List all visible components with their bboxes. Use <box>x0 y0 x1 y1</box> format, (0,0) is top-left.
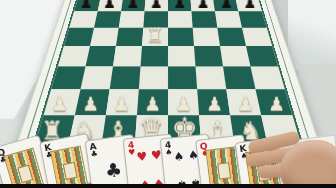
square-b2: ♟ <box>75 89 110 115</box>
black-pawn-piece: ♟ <box>238 0 261 11</box>
white-pawn-piece: ♟ <box>261 95 292 114</box>
white-pawn-piece: ♟ <box>137 95 168 114</box>
square-b5 <box>90 28 119 46</box>
black-pawn-piece: ♟ <box>215 0 238 11</box>
square-f5 <box>193 28 220 46</box>
white-pawn-piece: ♟ <box>199 95 230 114</box>
square-h3 <box>250 66 284 89</box>
square-d5: ♜ <box>142 28 168 46</box>
square-f2: ♟ <box>197 89 230 115</box>
court-card-art <box>4 148 46 188</box>
square-e2: ♟ <box>168 89 199 115</box>
square-d7: ♟ <box>145 0 168 11</box>
square-a3 <box>51 66 85 89</box>
ace-pip: ♣ <box>104 158 124 182</box>
square-c6 <box>119 11 145 28</box>
square-e7: ♟ <box>168 0 191 11</box>
square-f4 <box>194 46 223 66</box>
square-d4 <box>141 46 168 66</box>
square-h5 <box>242 28 272 46</box>
court-card-art <box>50 145 89 188</box>
square-h2: ♟ <box>256 89 293 115</box>
square-d3 <box>139 66 168 89</box>
square-h7: ♟ <box>235 0 262 11</box>
letterbox-bar <box>0 184 336 188</box>
square-g7: ♟ <box>213 0 239 11</box>
white-pawn-piece: ♟ <box>168 95 199 114</box>
square-h4 <box>246 46 278 66</box>
black-pawn-piece: ♟ <box>168 0 191 11</box>
white-pawn-piece: ♟ <box>106 95 137 114</box>
square-f6 <box>191 11 217 28</box>
square-c7: ♟ <box>121 0 146 11</box>
square-b7: ♟ <box>98 0 124 11</box>
black-pawn-piece: ♟ <box>98 0 121 11</box>
white-pawn-piece: ♟ <box>44 95 75 114</box>
square-h6 <box>238 11 266 28</box>
square-b3 <box>80 66 113 89</box>
square-d6 <box>143 11 168 28</box>
square-f7: ♟ <box>190 0 215 11</box>
square-d2: ♟ <box>137 89 168 115</box>
black-pawn-piece: ♟ <box>191 0 214 11</box>
square-e5 <box>168 28 194 46</box>
square-b4 <box>86 46 116 66</box>
square-c4 <box>113 46 142 66</box>
white-rook-piece: ♜ <box>142 25 168 45</box>
black-pawn-piece: ♟ <box>121 0 144 11</box>
video-frame: ♜♞♝♛♚♝♞♜♟♟♟♟♟♟♟♟♜♟♟♟♟♟♟♟♟♜♞♝♛♚♝♞ Q♣Q♣K♣K… <box>0 0 336 188</box>
white-pawn-piece: ♟ <box>230 95 261 114</box>
square-f3 <box>195 66 226 89</box>
square-b6 <box>94 11 121 28</box>
black-pawn-piece: ♟ <box>74 0 97 11</box>
white-pawn-piece: ♟ <box>75 95 106 114</box>
square-e4 <box>168 46 195 66</box>
board-squares: ♜♞♝♛♚♝♞♜♟♟♟♟♟♟♟♟♜♟♟♟♟♟♟♟♟♜♞♝♛♚♝♞ <box>32 0 304 147</box>
human-hand <box>242 128 336 188</box>
black-pawn-piece: ♟ <box>145 0 168 11</box>
square-c2: ♟ <box>106 89 139 115</box>
square-c5 <box>116 28 143 46</box>
card-index: A♣ <box>89 142 98 159</box>
square-e6 <box>168 11 193 28</box>
table-edge-top-right <box>288 0 336 70</box>
square-e3 <box>168 66 197 89</box>
square-c3 <box>110 66 141 89</box>
